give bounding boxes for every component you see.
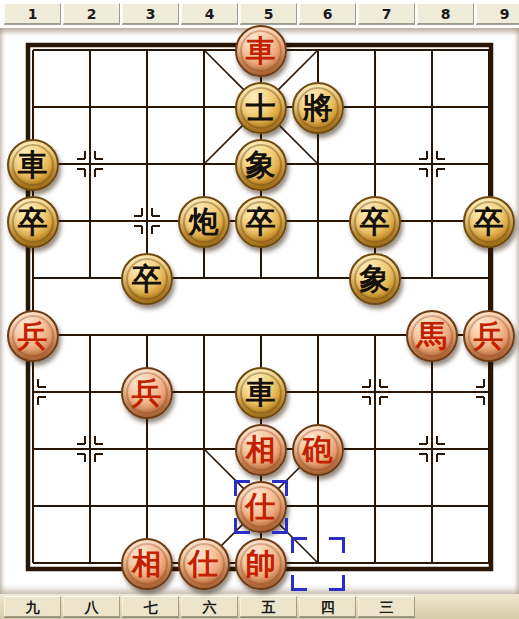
piece-glyph: 士 — [246, 93, 276, 123]
file-label-5: 5 — [240, 3, 297, 24]
rank-label-4: 六 — [181, 596, 238, 617]
piece-black-elephant[interactable]: 象 — [349, 253, 401, 305]
piece-layer: 車士將車象卒炮卒卒卒卒象兵馬兵兵車相砲仕相仕帥 — [4, 22, 517, 592]
rank-label-1: 九 — [4, 596, 61, 617]
piece-black-elephant[interactable]: 象 — [235, 139, 287, 191]
piece-red-elephant[interactable]: 相 — [121, 538, 173, 590]
rank-label-2: 八 — [63, 596, 120, 617]
piece-black-general[interactable]: 將 — [292, 82, 344, 134]
piece-black-advisor[interactable]: 士 — [235, 82, 287, 134]
piece-glyph: 炮 — [189, 207, 219, 237]
piece-glyph: 象 — [246, 150, 276, 180]
piece-black-cannon[interactable]: 炮 — [178, 196, 230, 248]
piece-red-cannon[interactable]: 砲 — [292, 424, 344, 476]
piece-glyph: 相 — [132, 549, 162, 579]
file-label-3: 3 — [122, 3, 179, 24]
piece-red-elephant[interactable]: 相 — [235, 424, 287, 476]
piece-black-chariot[interactable]: 車 — [235, 367, 287, 419]
xiangqi-board[interactable]: 車士將車象卒炮卒卒卒卒象兵馬兵兵車相砲仕相仕帥 — [0, 28, 519, 594]
piece-glyph: 仕 — [189, 549, 219, 579]
xiangqi-app-window: 123456789 車士將車象卒炮卒卒卒卒象兵馬兵兵車相砲仕相仕帥 九八七六五四… — [0, 0, 519, 619]
file-label-9: 9 — [476, 3, 519, 24]
piece-red-advisor[interactable]: 仕 — [235, 481, 287, 533]
piece-glyph: 車 — [246, 36, 276, 66]
piece-glyph: 象 — [360, 264, 390, 294]
piece-glyph: 將 — [303, 93, 333, 123]
bottom-coordinate-strip: 九八七六五四三 — [0, 594, 519, 619]
piece-red-chariot[interactable]: 車 — [235, 25, 287, 77]
piece-glyph: 砲 — [303, 435, 333, 465]
piece-glyph: 卒 — [360, 207, 390, 237]
piece-glyph: 車 — [246, 378, 276, 408]
piece-glyph: 兵 — [474, 321, 504, 351]
piece-red-soldier[interactable]: 兵 — [121, 367, 173, 419]
rank-label-7: 三 — [358, 596, 415, 617]
piece-glyph: 帥 — [246, 549, 276, 579]
piece-glyph: 兵 — [18, 321, 48, 351]
piece-red-soldier[interactable]: 兵 — [463, 310, 515, 362]
rank-label-6: 四 — [299, 596, 356, 617]
piece-black-soldier[interactable]: 卒 — [7, 196, 59, 248]
move-highlight — [291, 537, 345, 591]
piece-black-soldier[interactable]: 卒 — [121, 253, 173, 305]
piece-glyph: 相 — [246, 435, 276, 465]
piece-glyph: 仕 — [246, 492, 276, 522]
file-label-4: 4 — [181, 3, 238, 24]
piece-red-soldier[interactable]: 兵 — [7, 310, 59, 362]
piece-red-general[interactable]: 帥 — [235, 538, 287, 590]
piece-red-horse[interactable]: 馬 — [406, 310, 458, 362]
piece-black-soldier[interactable]: 卒 — [463, 196, 515, 248]
file-label-8: 8 — [417, 3, 474, 24]
file-label-6: 6 — [299, 3, 356, 24]
piece-black-soldier[interactable]: 卒 — [349, 196, 401, 248]
rank-label-5: 五 — [240, 596, 297, 617]
piece-red-advisor[interactable]: 仕 — [178, 538, 230, 590]
piece-black-soldier[interactable]: 卒 — [235, 196, 287, 248]
piece-glyph: 卒 — [18, 207, 48, 237]
file-label-1: 1 — [4, 3, 61, 24]
piece-glyph: 兵 — [132, 378, 162, 408]
piece-glyph: 車 — [18, 150, 48, 180]
piece-glyph: 馬 — [417, 321, 447, 351]
file-label-7: 7 — [358, 3, 415, 24]
highlight-corner-icon — [329, 575, 345, 591]
piece-glyph: 卒 — [474, 207, 504, 237]
piece-black-chariot[interactable]: 車 — [7, 139, 59, 191]
highlight-corner-icon — [329, 537, 345, 553]
highlight-corner-icon — [291, 537, 307, 553]
highlight-corner-icon — [291, 575, 307, 591]
file-label-2: 2 — [63, 3, 120, 24]
piece-glyph: 卒 — [246, 207, 276, 237]
rank-label-3: 七 — [122, 596, 179, 617]
piece-glyph: 卒 — [132, 264, 162, 294]
